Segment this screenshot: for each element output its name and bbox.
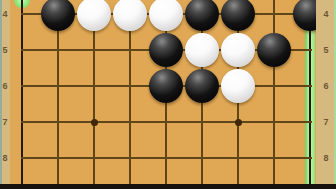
row-label-left-7: 7 xyxy=(0,118,10,127)
row-label-right-5: 5 xyxy=(316,46,336,55)
stone-white-r5-c6 xyxy=(185,33,219,67)
row-label-right-4: 4 xyxy=(316,10,336,19)
star-point-c7-r7 xyxy=(235,119,242,126)
stone-black-r5-c8 xyxy=(257,33,291,67)
stone-black-r4-c6 xyxy=(185,0,219,31)
go-board[interactable] xyxy=(0,0,336,189)
row-label-left-4: 4 xyxy=(0,10,10,19)
stone-white-r4-c5 xyxy=(149,0,183,31)
app-screen: 45678 45678 xyxy=(0,0,336,189)
stone-black-r4-c7 xyxy=(221,0,255,31)
stone-black-r6-c6 xyxy=(185,69,219,103)
stone-white-r4-c3 xyxy=(77,0,111,31)
row-label-right-7: 7 xyxy=(316,118,336,127)
right-coordinate-sidebar: 45678 xyxy=(316,0,336,189)
stone-white-r4-c4 xyxy=(113,0,147,31)
stone-black-r5-c5 xyxy=(149,33,183,67)
row-label-right-6: 6 xyxy=(316,82,336,91)
stone-white-r6-c7 xyxy=(221,69,255,103)
grid-line-row-8 xyxy=(21,157,312,158)
stone-white-r5-c7 xyxy=(221,33,255,67)
grid-line-col-8 xyxy=(273,0,274,184)
letterbox-bar xyxy=(0,184,336,189)
left-coordinate-sidebar: 45678 xyxy=(0,0,10,189)
row-label-left-6: 6 xyxy=(0,82,10,91)
row-label-left-5: 5 xyxy=(0,46,10,55)
grid-line-col-1 xyxy=(21,0,23,184)
row-label-left-8: 8 xyxy=(0,154,10,163)
grid-line-row-7 xyxy=(21,121,312,122)
stone-black-r4-c2 xyxy=(41,0,75,31)
star-point-c3-r7 xyxy=(91,119,98,126)
stone-black-r6-c5 xyxy=(149,69,183,103)
row-label-right-8: 8 xyxy=(316,154,336,163)
